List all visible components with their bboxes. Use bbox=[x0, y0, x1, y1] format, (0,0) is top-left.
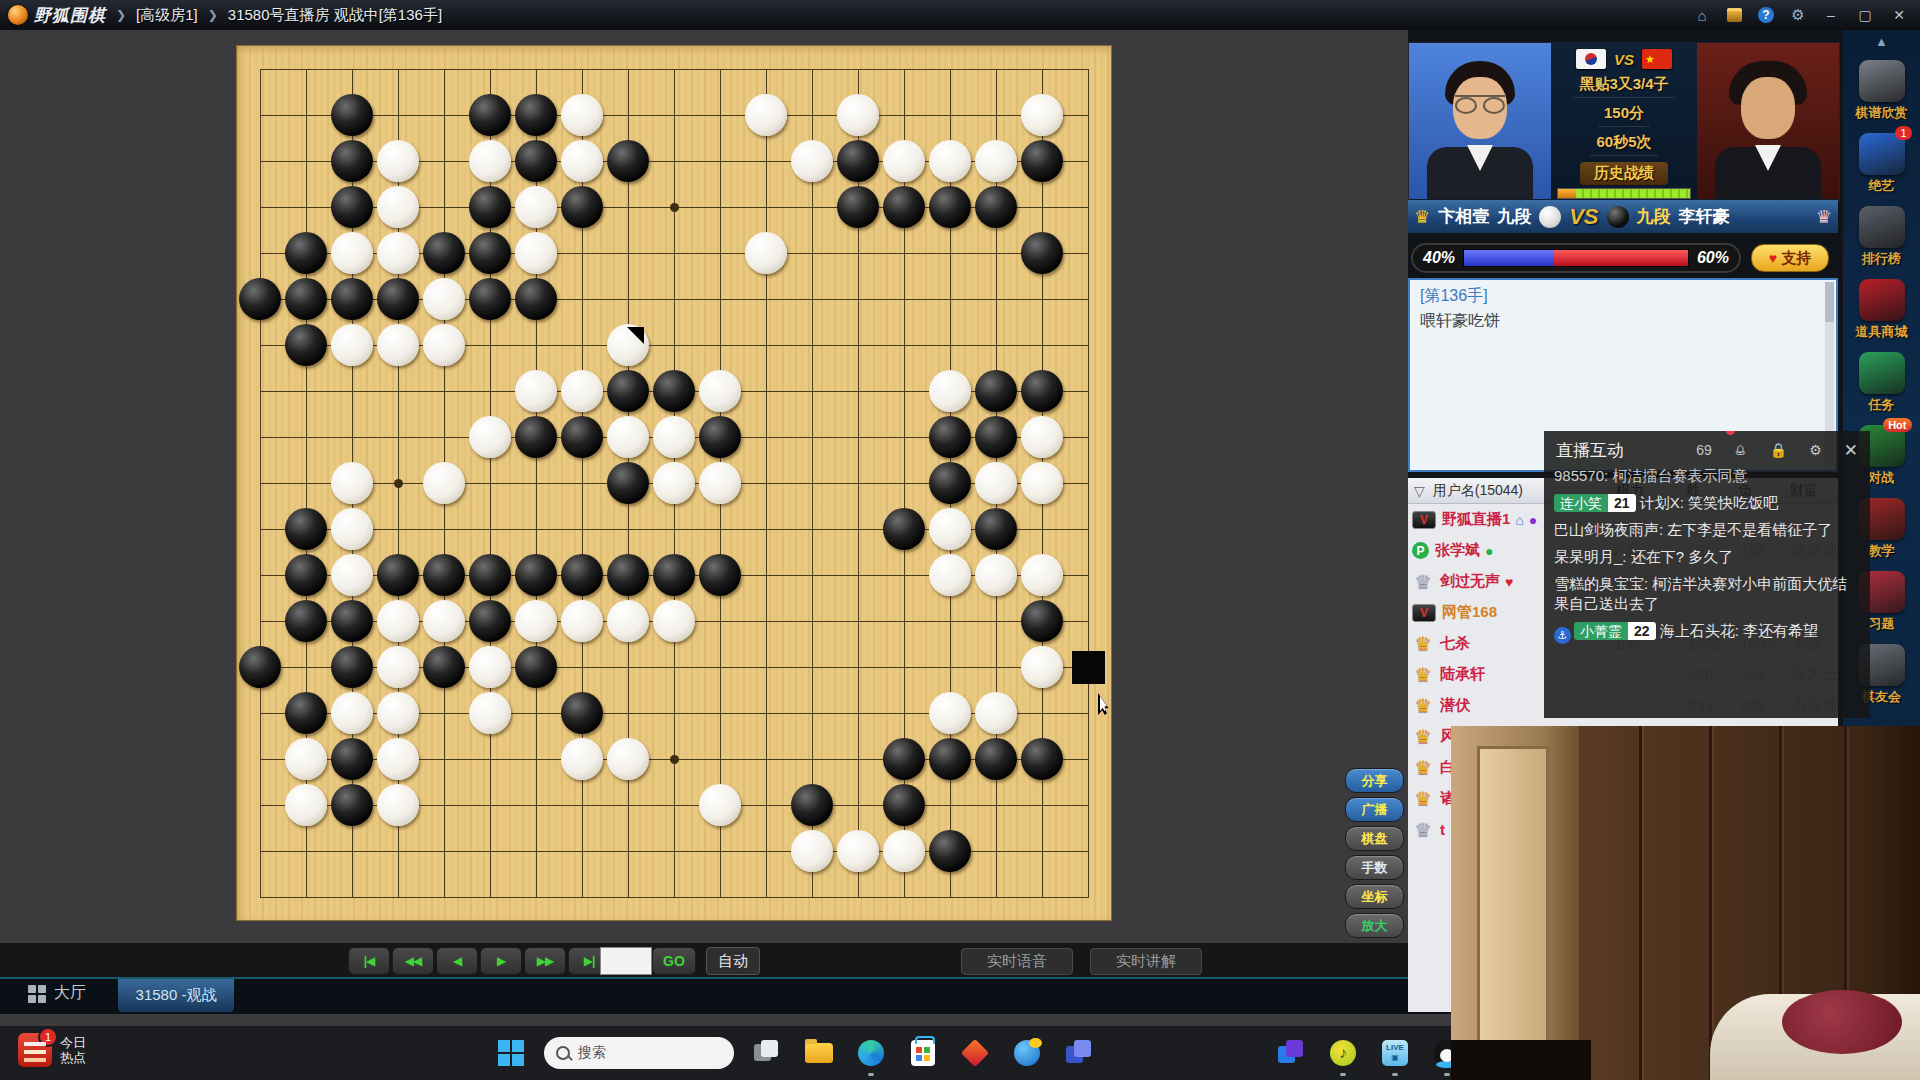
black-stone bbox=[331, 140, 373, 182]
playback-forward-button[interactable]: ▶▶ bbox=[524, 947, 566, 975]
move-number-label: [第136手] bbox=[1420, 286, 1826, 307]
black-stone bbox=[239, 278, 281, 320]
taskbar-search-input[interactable]: 搜索 bbox=[544, 1033, 734, 1073]
auto-play-button[interactable]: 自动 bbox=[706, 947, 760, 975]
taskbar-edge-icon[interactable] bbox=[852, 1033, 890, 1073]
title-bar: 野狐围棋 ❯ [高级房1] ❯ 31580号直播房 观战中[第136手] ⌂ ?… bbox=[0, 0, 1920, 30]
black-stone bbox=[377, 554, 419, 596]
black-stone bbox=[791, 784, 833, 826]
board-button-放大[interactable]: 放大 bbox=[1345, 913, 1404, 938]
white-stone bbox=[561, 600, 603, 642]
chat-title: 直播互动 bbox=[1556, 439, 1624, 462]
white-stone bbox=[745, 232, 787, 274]
white-stone bbox=[423, 278, 465, 320]
black-stone bbox=[331, 646, 373, 688]
korea-flag-icon bbox=[1576, 49, 1606, 69]
black-stone bbox=[1021, 600, 1063, 642]
white-stone bbox=[331, 232, 373, 274]
heart-icon: ♥ bbox=[1769, 250, 1777, 266]
lock-icon[interactable]: 🔒 bbox=[1770, 442, 1787, 458]
chat-message: 雪糕的臭宝宝: 柯洁半决赛对小申前面大优结果自己送出去了 bbox=[1544, 567, 1870, 614]
chat-message: 杲杲明月_: 还在下? 多久了 bbox=[1544, 540, 1870, 567]
hover-stone-preview bbox=[1072, 651, 1105, 684]
white-stone bbox=[561, 738, 603, 780]
black-stone bbox=[653, 554, 695, 596]
black-stone bbox=[469, 278, 511, 320]
history-record-bar bbox=[1557, 188, 1691, 199]
black-stone bbox=[699, 416, 741, 458]
white-stone bbox=[561, 94, 603, 136]
komi-info: 黑贴3又3/4子 bbox=[1573, 74, 1674, 98]
white-stone bbox=[929, 508, 971, 550]
star-point bbox=[670, 203, 679, 212]
tab-lobby[interactable]: 大厅 bbox=[28, 983, 86, 1004]
black-stone bbox=[285, 554, 327, 596]
white-stone bbox=[975, 554, 1017, 596]
black-stone bbox=[1021, 370, 1063, 412]
white-stone bbox=[331, 324, 373, 366]
board-button-手数[interactable]: 手数 bbox=[1345, 855, 1404, 880]
black-stone bbox=[883, 784, 925, 826]
live-chat-overlay: 直播互动 69 🕭 🔒 ⚙ ✕ 985570: 柯洁擂台赛表示同意连小笑21 计… bbox=[1544, 431, 1870, 718]
white-stone bbox=[515, 370, 557, 412]
black-stone bbox=[975, 186, 1017, 228]
win-rate-blue-fill bbox=[1464, 250, 1554, 266]
black-stone bbox=[975, 738, 1017, 780]
video-door bbox=[1477, 746, 1549, 1080]
taskbar-start-icon[interactable] bbox=[492, 1033, 530, 1073]
chat-message: 连小笑21 计划X: 笑笑快吃饭吧 bbox=[1544, 486, 1870, 513]
black-stone bbox=[469, 186, 511, 228]
black-stone bbox=[331, 784, 373, 826]
help-icon[interactable]: ? bbox=[1756, 5, 1776, 25]
left-player-rank: 九段 bbox=[1497, 205, 1531, 228]
white-stone bbox=[699, 462, 741, 504]
white-stone bbox=[377, 738, 419, 780]
video-floor bbox=[1451, 1040, 1591, 1080]
white-stone bbox=[1021, 462, 1063, 504]
white-stone bbox=[653, 600, 695, 642]
white-stone bbox=[837, 830, 879, 872]
green-badge-icon: ● bbox=[1485, 543, 1493, 559]
right-player-rank: 九段 bbox=[1637, 205, 1671, 228]
right-player-name: 李轩豪 bbox=[1679, 205, 1730, 228]
black-stone bbox=[607, 370, 649, 412]
black-stone bbox=[515, 646, 557, 688]
black-stone bbox=[423, 232, 465, 274]
black-stone bbox=[515, 140, 557, 182]
taskbar-store-icon[interactable] bbox=[904, 1033, 942, 1073]
horn-mute-icon[interactable]: 🕭 bbox=[1734, 442, 1748, 458]
white-stone bbox=[561, 140, 603, 182]
mouse-cursor bbox=[1098, 693, 1113, 715]
black-stone bbox=[883, 508, 925, 550]
black-stone bbox=[837, 140, 879, 182]
black-stone bbox=[469, 554, 511, 596]
vs-label: VS bbox=[1569, 204, 1598, 230]
white-stone bbox=[929, 554, 971, 596]
win-rate-bar: 40% 60% bbox=[1411, 243, 1741, 273]
left-crown-icon: ♛ bbox=[1414, 206, 1430, 228]
taskbar-sphere-icon[interactable] bbox=[1008, 1033, 1046, 1073]
black-stone bbox=[239, 646, 281, 688]
white-stone bbox=[699, 370, 741, 412]
black-stone bbox=[515, 94, 557, 136]
player-name-bar: ♛ 卞相壹 九段 VS 九段 李轩豪 ♛ bbox=[1408, 200, 1838, 233]
black-stone bbox=[929, 462, 971, 504]
board-button-坐标[interactable]: 坐标 bbox=[1345, 884, 1404, 909]
main-time-info: 150分 bbox=[1598, 103, 1650, 127]
app-logo-icon bbox=[8, 5, 28, 25]
white-stone bbox=[331, 508, 373, 550]
black-stone bbox=[975, 508, 1017, 550]
sidebar-item-道具商城[interactable]: 道具商城 bbox=[1843, 279, 1920, 341]
player-photos: VS ★ 黑贴3又3/4子 150分 60秒5次 历史战绩 bbox=[1408, 42, 1840, 202]
user-list-title: 用户名(15044) bbox=[1433, 482, 1523, 500]
app-logo-text: 野狐围棋 bbox=[34, 4, 106, 27]
white-stone bbox=[561, 370, 603, 412]
white-stone bbox=[377, 692, 419, 734]
breadcrumb-separator-icon: ❯ bbox=[208, 8, 218, 22]
black-stone bbox=[469, 94, 511, 136]
sidebar-item-绝艺[interactable]: 1绝艺 bbox=[1843, 133, 1920, 195]
board-button-分享[interactable]: 分享 bbox=[1345, 768, 1404, 793]
move-comment: 喂轩豪吃饼 bbox=[1420, 311, 1826, 332]
black-stone bbox=[607, 140, 649, 182]
black-stone bbox=[285, 324, 327, 366]
white-stone bbox=[423, 600, 465, 642]
notification-dot bbox=[1726, 431, 1735, 435]
white-stone bbox=[607, 416, 649, 458]
white-stone bbox=[469, 416, 511, 458]
black-stone bbox=[469, 232, 511, 274]
white-stone bbox=[607, 738, 649, 780]
realtime-commentary-button[interactable]: 实时讲解 bbox=[1090, 948, 1202, 975]
left-player-name: 卞相壹 bbox=[1438, 205, 1489, 228]
chat-close-icon[interactable]: ✕ bbox=[1844, 440, 1858, 461]
black-stone bbox=[561, 186, 603, 228]
white-stone bbox=[653, 416, 695, 458]
white-stone bbox=[515, 186, 557, 228]
taskbar-taskview-icon[interactable] bbox=[748, 1033, 786, 1073]
white-stone bbox=[423, 324, 465, 366]
last-move-triangle-marker bbox=[627, 327, 644, 344]
lobby-grid-icon bbox=[28, 985, 46, 1003]
white-stone bbox=[331, 462, 373, 504]
taskbar-live-icon[interactable]: LIVE▣ bbox=[1376, 1033, 1414, 1073]
board-button-棋盘[interactable]: 棋盘 bbox=[1345, 826, 1404, 851]
chat-message: ⚓小菁霊22 海上石头花: 李还有希望 bbox=[1544, 614, 1870, 644]
gift-icon[interactable] bbox=[1724, 5, 1744, 25]
black-stone bbox=[561, 554, 603, 596]
black-stone bbox=[607, 554, 649, 596]
white-stone bbox=[377, 784, 419, 826]
tab-active-room[interactable]: 31580 -观战 bbox=[118, 979, 234, 1012]
white-stone bbox=[469, 646, 511, 688]
black-stone bbox=[929, 830, 971, 872]
black-stone bbox=[653, 370, 695, 412]
black-stone bbox=[515, 554, 557, 596]
match-info: VS ★ 黑贴3又3/4子 150分 60秒5次 历史战绩 bbox=[1551, 43, 1697, 199]
white-stone bbox=[883, 830, 925, 872]
sidebar-item-棋谱欣赏[interactable]: 棋谱欣赏 bbox=[1843, 60, 1920, 122]
white-stone-icon bbox=[1539, 206, 1561, 228]
white-stone bbox=[423, 462, 465, 504]
move-number-input[interactable] bbox=[600, 947, 652, 975]
location-pin-icon: ♥ bbox=[1505, 574, 1513, 590]
purple-badge-icon: ● bbox=[1529, 512, 1537, 528]
playback-start-button[interactable]: |◀ bbox=[348, 947, 390, 975]
sidebar-item-任务[interactable]: 任务 bbox=[1843, 352, 1920, 414]
china-flag-icon: ★ bbox=[1642, 49, 1672, 69]
black-stone bbox=[607, 462, 649, 504]
minimize-button[interactable]: – bbox=[1820, 7, 1842, 23]
support-button[interactable]: ♥ 支持 bbox=[1751, 244, 1829, 272]
player-photo-left bbox=[1409, 43, 1551, 199]
black-stone bbox=[331, 186, 373, 228]
realtime-voice-button[interactable]: 实时语音 bbox=[961, 948, 1073, 975]
board-tool-buttons: 分享广播棋盘手数坐标放大 bbox=[1345, 768, 1403, 942]
chat-settings-gear-icon[interactable]: ⚙ bbox=[1809, 442, 1822, 458]
white-stone bbox=[975, 462, 1017, 504]
white-stone bbox=[377, 140, 419, 182]
taskbar-explorer-icon[interactable] bbox=[800, 1033, 838, 1073]
right-crown-icon: ♛ bbox=[1816, 206, 1832, 228]
sidebar-item-排行榜[interactable]: 排行榜 bbox=[1843, 206, 1920, 268]
breadcrumb-separator-icon: ❯ bbox=[116, 8, 126, 22]
white-stone bbox=[929, 140, 971, 182]
black-stone bbox=[423, 554, 465, 596]
white-stone bbox=[607, 324, 649, 366]
playback-rewind-button[interactable]: ◀◀ bbox=[392, 947, 434, 975]
scroll-up-arrow-icon[interactable]: ▲ bbox=[1843, 30, 1920, 49]
black-stone-icon bbox=[1607, 206, 1629, 228]
black-stone bbox=[929, 186, 971, 228]
camera-video-feed[interactable] bbox=[1451, 726, 1920, 1080]
house-icon: ⌂ bbox=[1515, 512, 1523, 528]
white-stone bbox=[883, 140, 925, 182]
white-stone bbox=[285, 784, 327, 826]
black-stone bbox=[1021, 140, 1063, 182]
black-stone bbox=[285, 508, 327, 550]
maximize-button[interactable]: ▢ bbox=[1854, 7, 1876, 23]
white-stone bbox=[377, 232, 419, 274]
white-stone bbox=[699, 784, 741, 826]
news-icon: 1 bbox=[18, 1033, 52, 1067]
white-stone bbox=[377, 186, 419, 228]
win-rate-red-fill bbox=[1554, 250, 1688, 266]
white-stone bbox=[975, 692, 1017, 734]
playback-bar: |◀◀◀◀▶▶▶▶| GO 自动 实时语音 实时讲解 bbox=[0, 943, 1408, 977]
board-button-广播[interactable]: 广播 bbox=[1345, 797, 1404, 822]
white-stone bbox=[285, 738, 327, 780]
home-icon[interactable]: ⌂ bbox=[1692, 5, 1712, 25]
black-stone bbox=[561, 692, 603, 734]
white-stone bbox=[377, 646, 419, 688]
white-stone bbox=[791, 140, 833, 182]
white-stone bbox=[515, 600, 557, 642]
black-stone bbox=[975, 370, 1017, 412]
video-pillow bbox=[1782, 990, 1902, 1054]
black-stone bbox=[331, 738, 373, 780]
white-stone bbox=[745, 94, 787, 136]
breadcrumb-title: 31580号直播房 观战中[第136手] bbox=[228, 6, 442, 25]
black-stone bbox=[285, 692, 327, 734]
taskbar-music-icon[interactable]: ♪ bbox=[1324, 1033, 1362, 1073]
black-stone bbox=[1021, 738, 1063, 780]
star-point bbox=[394, 479, 403, 488]
black-stone bbox=[285, 278, 327, 320]
breadcrumb-room[interactable]: [高级房1] bbox=[136, 6, 198, 25]
settings-gear-icon[interactable]: ⚙ bbox=[1788, 5, 1808, 25]
white-stone bbox=[377, 324, 419, 366]
black-stone bbox=[837, 186, 879, 228]
history-record-button[interactable]: 历史战绩 bbox=[1580, 162, 1668, 185]
white-stone bbox=[929, 370, 971, 412]
black-stone bbox=[929, 738, 971, 780]
white-stone bbox=[1021, 646, 1063, 688]
black-stone bbox=[883, 186, 925, 228]
white-stone bbox=[1021, 94, 1063, 136]
black-stone bbox=[377, 278, 419, 320]
taskbar-squares-icon[interactable] bbox=[1060, 1033, 1098, 1073]
white-stone bbox=[331, 692, 373, 734]
go-button[interactable]: GO bbox=[652, 947, 696, 975]
viewer-count[interactable]: 69 bbox=[1696, 442, 1712, 458]
win-rate-left: 40% bbox=[1423, 249, 1455, 267]
filter-funnel-icon[interactable]: ▽ bbox=[1414, 483, 1425, 499]
anchor-badge-icon: ⚓ bbox=[1554, 627, 1571, 644]
white-stone bbox=[469, 692, 511, 734]
black-stone bbox=[331, 600, 373, 642]
white-stone bbox=[515, 232, 557, 274]
white-stone bbox=[837, 94, 879, 136]
go-board[interactable] bbox=[236, 45, 1112, 921]
black-stone bbox=[285, 600, 327, 642]
black-stone bbox=[469, 600, 511, 642]
player-photo-right bbox=[1697, 43, 1839, 199]
black-stone bbox=[1021, 232, 1063, 274]
white-stone bbox=[653, 462, 695, 504]
black-stone bbox=[331, 94, 373, 136]
news-widget[interactable]: 1 今日热点 bbox=[18, 1033, 86, 1067]
close-button[interactable]: ✕ bbox=[1888, 7, 1910, 23]
user-icon[interactable] bbox=[1660, 5, 1680, 25]
taskbar-squares2-icon[interactable] bbox=[1272, 1033, 1310, 1073]
white-stone bbox=[469, 140, 511, 182]
white-stone bbox=[377, 600, 419, 642]
chat-message: 985570: 柯洁擂台赛表示同意 bbox=[1544, 459, 1870, 486]
white-stone bbox=[791, 830, 833, 872]
black-stone bbox=[883, 738, 925, 780]
white-stone bbox=[607, 600, 649, 642]
black-stone bbox=[331, 278, 373, 320]
playback-play-button[interactable]: ▶ bbox=[480, 947, 522, 975]
black-stone bbox=[285, 232, 327, 274]
star-point bbox=[670, 755, 679, 764]
white-stone bbox=[331, 554, 373, 596]
black-stone bbox=[975, 416, 1017, 458]
vs-label: VS bbox=[1614, 51, 1634, 68]
white-stone bbox=[1021, 416, 1063, 458]
chat-message: 巴山剑场夜雨声: 左下李是不是看错征子了 bbox=[1544, 513, 1870, 540]
white-stone bbox=[975, 140, 1017, 182]
taskbar-diamond-icon[interactable] bbox=[956, 1033, 994, 1073]
chat-messages: 985570: 柯洁擂台赛表示同意连小笑21 计划X: 笑笑快吃饭吧巴山剑场夜雨… bbox=[1544, 459, 1870, 644]
win-rate-right: 60% bbox=[1697, 249, 1729, 267]
playback-back-button[interactable]: ◀ bbox=[436, 947, 478, 975]
black-stone bbox=[929, 416, 971, 458]
black-stone bbox=[515, 416, 557, 458]
black-stone bbox=[515, 278, 557, 320]
black-stone bbox=[423, 646, 465, 688]
black-stone bbox=[561, 416, 603, 458]
white-stone bbox=[929, 692, 971, 734]
black-stone bbox=[699, 554, 741, 596]
byoyomi-info: 60秒5次 bbox=[1590, 132, 1657, 156]
white-stone bbox=[1021, 554, 1063, 596]
